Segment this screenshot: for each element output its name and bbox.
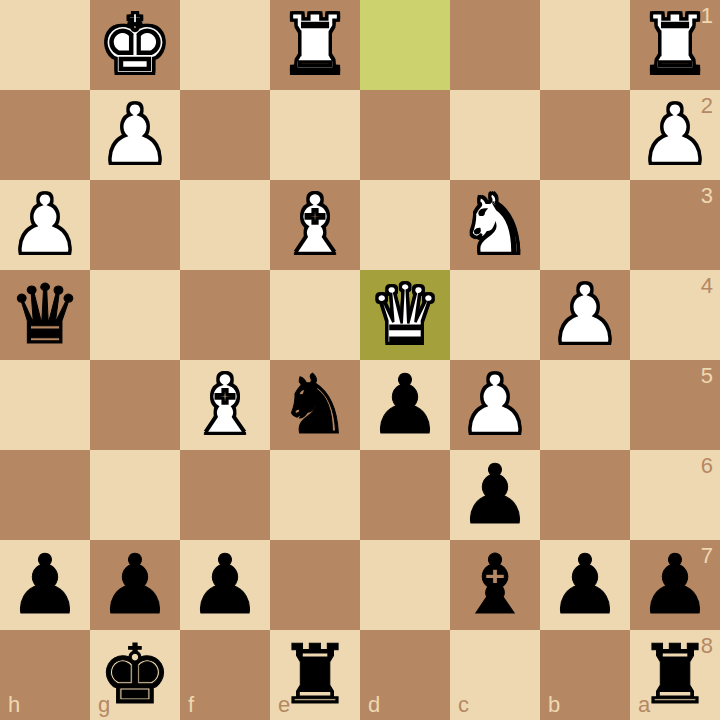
square-f8[interactable]: f (180, 630, 270, 720)
square-d7[interactable] (360, 540, 450, 630)
square-c2[interactable] (450, 90, 540, 180)
square-d2[interactable] (360, 90, 450, 180)
square-c3[interactable]: ♞ (450, 180, 540, 270)
square-e8[interactable]: ♜e (270, 630, 360, 720)
square-h6[interactable] (0, 450, 90, 540)
white-bishop[interactable]: ♝ (180, 360, 270, 450)
square-d5[interactable]: ♟ (360, 360, 450, 450)
black-pawn[interactable]: ♟ (630, 540, 720, 630)
square-a2[interactable]: ♟2 (630, 90, 720, 180)
square-g7[interactable]: ♟ (90, 540, 180, 630)
white-pawn[interactable]: ♟ (0, 180, 90, 270)
square-d3[interactable] (360, 180, 450, 270)
rank-label-4: 4 (701, 273, 713, 299)
rank-label-3: 3 (701, 183, 713, 209)
square-a4[interactable]: 4 (630, 270, 720, 360)
square-b5[interactable] (540, 360, 630, 450)
black-pawn[interactable]: ♟ (0, 540, 90, 630)
square-f5[interactable]: ♝ (180, 360, 270, 450)
square-g8[interactable]: ♚g (90, 630, 180, 720)
square-e7[interactable] (270, 540, 360, 630)
square-d4[interactable]: ♛ (360, 270, 450, 360)
square-a8[interactable]: ♜8a (630, 630, 720, 720)
black-pawn[interactable]: ♟ (360, 360, 450, 450)
square-g1[interactable]: ♚ (90, 0, 180, 90)
square-b2[interactable] (540, 90, 630, 180)
white-rook[interactable]: ♜ (270, 0, 360, 90)
rank-label-5: 5 (701, 363, 713, 389)
square-b8[interactable]: b (540, 630, 630, 720)
black-knight[interactable]: ♞ (270, 360, 360, 450)
black-king[interactable]: ♚ (90, 630, 180, 720)
white-queen[interactable]: ♛ (360, 270, 450, 360)
square-e6[interactable] (270, 450, 360, 540)
square-c6[interactable]: ♟ (450, 450, 540, 540)
square-g6[interactable] (90, 450, 180, 540)
square-a7[interactable]: ♟7 (630, 540, 720, 630)
square-f3[interactable] (180, 180, 270, 270)
square-e1[interactable]: ♜ (270, 0, 360, 90)
square-b1[interactable] (540, 0, 630, 90)
white-king[interactable]: ♚ (90, 0, 180, 90)
square-e3[interactable]: ♝ (270, 180, 360, 270)
square-c4[interactable] (450, 270, 540, 360)
square-h7[interactable]: ♟ (0, 540, 90, 630)
square-h8[interactable]: h (0, 630, 90, 720)
square-d8[interactable]: d (360, 630, 450, 720)
file-label-c: c (458, 692, 469, 718)
black-pawn[interactable]: ♟ (90, 540, 180, 630)
white-rook[interactable]: ♜ (630, 0, 720, 90)
square-g4[interactable] (90, 270, 180, 360)
square-a5[interactable]: 5 (630, 360, 720, 450)
file-label-b: b (548, 692, 560, 718)
square-g5[interactable] (90, 360, 180, 450)
black-pawn[interactable]: ♟ (180, 540, 270, 630)
square-d6[interactable] (360, 450, 450, 540)
square-f4[interactable] (180, 270, 270, 360)
chess-board: ♚♜♜1♟♟2♟♝♞3♛♛♟4♝♞♟♟5♟6♟♟♟♝♟♟7h♚gf♜edcb♜8… (0, 0, 720, 720)
square-c7[interactable]: ♝ (450, 540, 540, 630)
black-bishop[interactable]: ♝ (450, 540, 540, 630)
square-h1[interactable] (0, 0, 90, 90)
black-pawn[interactable]: ♟ (450, 450, 540, 540)
square-g2[interactable]: ♟ (90, 90, 180, 180)
square-h4[interactable]: ♛ (0, 270, 90, 360)
square-a6[interactable]: 6 (630, 450, 720, 540)
white-bishop[interactable]: ♝ (270, 180, 360, 270)
square-g3[interactable] (90, 180, 180, 270)
black-queen[interactable]: ♛ (0, 270, 90, 360)
square-b7[interactable]: ♟ (540, 540, 630, 630)
square-e5[interactable]: ♞ (270, 360, 360, 450)
white-knight[interactable]: ♞ (450, 180, 540, 270)
square-f7[interactable]: ♟ (180, 540, 270, 630)
square-h3[interactable]: ♟ (0, 180, 90, 270)
white-pawn[interactable]: ♟ (630, 90, 720, 180)
square-f6[interactable] (180, 450, 270, 540)
file-label-d: d (368, 692, 380, 718)
square-h2[interactable] (0, 90, 90, 180)
square-c5[interactable]: ♟ (450, 360, 540, 450)
white-pawn[interactable]: ♟ (90, 90, 180, 180)
square-a1[interactable]: ♜1 (630, 0, 720, 90)
black-rook[interactable]: ♜ (630, 630, 720, 720)
square-f2[interactable] (180, 90, 270, 180)
rank-label-6: 6 (701, 453, 713, 479)
file-label-f: f (188, 692, 194, 718)
square-e4[interactable] (270, 270, 360, 360)
square-f1[interactable] (180, 0, 270, 90)
black-pawn[interactable]: ♟ (540, 540, 630, 630)
square-e2[interactable] (270, 90, 360, 180)
black-rook[interactable]: ♜ (270, 630, 360, 720)
square-b3[interactable] (540, 180, 630, 270)
square-c1[interactable] (450, 0, 540, 90)
square-d1[interactable] (360, 0, 450, 90)
file-label-h: h (8, 692, 20, 718)
white-pawn[interactable]: ♟ (450, 360, 540, 450)
square-h5[interactable] (0, 360, 90, 450)
square-b6[interactable] (540, 450, 630, 540)
square-a3[interactable]: 3 (630, 180, 720, 270)
square-c8[interactable]: c (450, 630, 540, 720)
square-b4[interactable]: ♟ (540, 270, 630, 360)
white-pawn[interactable]: ♟ (540, 270, 630, 360)
